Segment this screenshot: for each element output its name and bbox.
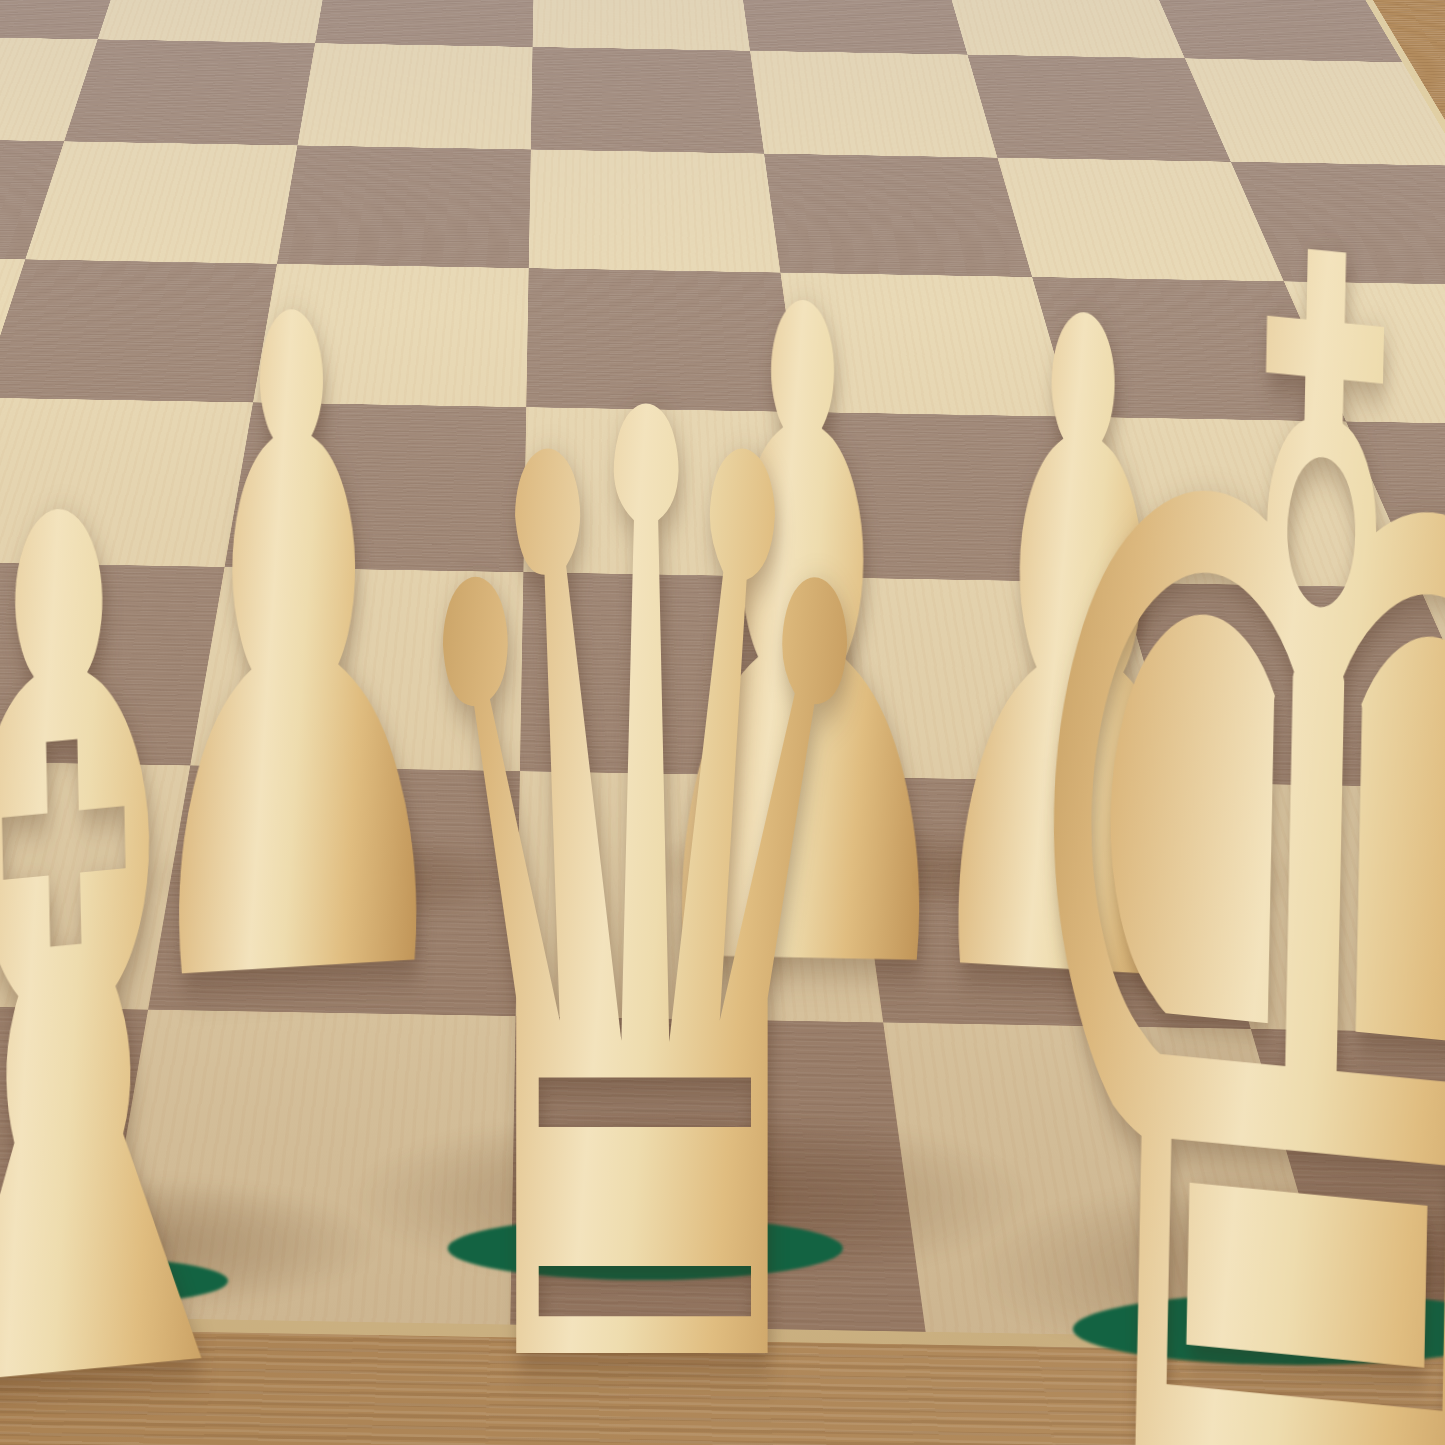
square-f5 — [780, 273, 1072, 417]
square-e2 — [516, 771, 884, 1022]
square-d6 — [277, 145, 531, 268]
camera-tilt-wrapper — [0, 0, 1445, 1445]
square-f4 — [800, 412, 1121, 583]
square-c7 — [64, 39, 315, 145]
chessboard-photo-scene: ♟♟♟♝♛♚ — [0, 0, 1445, 1445]
square-e3 — [520, 572, 850, 777]
square-d2 — [148, 765, 520, 1016]
square-f3 — [822, 577, 1179, 782]
square-e7 — [531, 47, 764, 154]
square-d8 — [315, 0, 534, 47]
chess-board — [0, 0, 1445, 1445]
square-d3 — [190, 567, 523, 771]
square-d7 — [297, 43, 532, 149]
square-d5 — [253, 264, 529, 407]
square-c6 — [25, 141, 297, 263]
square-e5 — [526, 268, 799, 412]
square-c5 — [0, 259, 277, 402]
square-d1 — [95, 1010, 516, 1325]
square-f7 — [750, 51, 997, 158]
square-e8 — [533, 0, 750, 51]
square-f8 — [738, 0, 968, 55]
square-e4 — [523, 407, 822, 577]
square-d4 — [225, 402, 527, 572]
square-h8 — [1145, 0, 1402, 62]
square-c3 — [0, 562, 225, 766]
board-grid — [0, 0, 1445, 1354]
square-f6 — [764, 154, 1032, 277]
square-g8 — [941, 0, 1185, 58]
square-c4 — [0, 398, 253, 567]
square-e1 — [510, 1016, 925, 1332]
board-border-line — [0, 0, 1445, 1367]
square-e6 — [529, 150, 781, 273]
square-c8 — [98, 0, 331, 43]
board-frame — [0, 0, 1445, 1445]
